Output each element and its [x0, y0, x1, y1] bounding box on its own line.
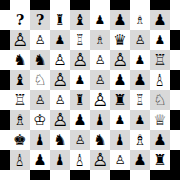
square-r6c5[interactable]: ♟: [90, 110, 110, 130]
square-r5c6[interactable]: ♜: [110, 90, 130, 110]
frame-cell: [0, 90, 10, 110]
square-r6c3[interactable]: ♙: [50, 110, 70, 130]
square-r3c8[interactable]: ♖: [150, 50, 170, 70]
frame-cell: [0, 30, 10, 50]
square-r4c6[interactable]: ♟: [110, 70, 130, 90]
square-r4c2[interactable]: ♘: [30, 70, 50, 90]
square-r2c4[interactable]: ♖: [70, 30, 90, 50]
white-king-piece[interactable]: ♔: [33, 113, 46, 128]
frame-cell: [30, 170, 50, 180]
square-r1c6[interactable]: ♟: [110, 10, 130, 30]
frame-cell: [170, 0, 180, 10]
square-r5c5[interactable]: ♙: [90, 90, 110, 110]
frame-cell: [170, 130, 180, 150]
square-r6c6[interactable]: ♟: [110, 110, 130, 130]
square-r7c4[interactable]: ♙: [70, 130, 90, 150]
square-r4c8[interactable]: ♙: [150, 70, 170, 90]
square-r5c4[interactable]: ♜: [70, 90, 90, 110]
square-r2c3[interactable]: ♟: [50, 30, 70, 50]
frame-cell: [10, 0, 30, 10]
black-pawn-piece[interactable]: ♟: [75, 74, 86, 86]
frame-cell: [70, 0, 90, 10]
frame-cell: [70, 170, 90, 180]
unknown-question-mark-piece[interactable]: ?: [16, 13, 24, 27]
black-pawn-piece[interactable]: ♟: [116, 133, 124, 148]
white-pawn-piece[interactable]: ♙: [35, 34, 46, 46]
white-pawn-piece[interactable]: ♙: [72, 51, 88, 69]
frame-cell: [0, 130, 10, 150]
square-r6c4[interactable]: ♟: [70, 110, 90, 130]
white-pawn-piece[interactable]: ♙: [95, 54, 106, 66]
square-r7c3[interactable]: ♞: [50, 130, 70, 150]
square-r3c2[interactable]: ♞: [30, 50, 50, 70]
frame-cell: [170, 110, 180, 130]
square-r3c7[interactable]: ♟: [130, 50, 150, 70]
square-r8c5[interactable]: ♙: [90, 150, 110, 170]
frame-cell: [0, 110, 10, 130]
white-pawn-piece[interactable]: ♙: [16, 152, 24, 169]
black-bishop-piece[interactable]: ♝: [73, 13, 86, 28]
white-queen-piece[interactable]: ♕: [153, 113, 166, 128]
unknown-question-mark-piece[interactable]: ?: [36, 13, 44, 27]
square-r4c3[interactable]: ♙: [50, 70, 70, 90]
square-r2c8[interactable]: ♟: [150, 30, 170, 50]
black-knight-piece[interactable]: ♞: [13, 53, 26, 68]
white-bishop-piece[interactable]: ♗: [95, 34, 106, 46]
black-king-piece[interactable]: ♚: [13, 133, 26, 148]
black-pawn-piece[interactable]: ♟: [33, 153, 46, 168]
black-pawn-piece[interactable]: ♟: [56, 153, 64, 168]
square-r5c2[interactable]: ♙: [30, 90, 50, 110]
frame-cell: [0, 10, 10, 30]
white-pawn-piece[interactable]: ♙: [52, 71, 68, 89]
frame-cell: [170, 30, 180, 50]
black-pawn-piece[interactable]: ♟: [55, 34, 66, 46]
white-pawn-piece[interactable]: ♙: [156, 72, 164, 89]
white-bishop-piece[interactable]: ♗: [13, 113, 26, 128]
black-rook-piece[interactable]: ♜: [113, 93, 126, 108]
white-rook-piece[interactable]: ♖: [76, 33, 84, 48]
black-knight-piece[interactable]: ♞: [53, 133, 66, 148]
frame-cell: [130, 0, 150, 10]
white-pawn-piece[interactable]: ♙: [12, 31, 28, 49]
square-r5c3[interactable]: ♙: [50, 90, 70, 110]
black-pawn-piece[interactable]: ♟: [115, 114, 126, 126]
frame-cell: [0, 170, 10, 180]
square-r8c6[interactable]: ♙: [110, 150, 130, 170]
white-pawn-piece[interactable]: ♙: [115, 154, 126, 166]
frame-cell: [90, 170, 110, 180]
white-pawn-piece[interactable]: ♙: [76, 152, 84, 169]
square-r2c7[interactable]: ♙: [130, 30, 150, 50]
frame-cell: [50, 0, 70, 10]
square-r7c6[interactable]: ♟: [110, 130, 130, 150]
frame-cell: [110, 170, 130, 180]
square-r7c8[interactable]: ♟: [150, 130, 170, 150]
square-r6c8[interactable]: ♕: [150, 110, 170, 130]
square-r3c5[interactable]: ♙: [90, 50, 110, 70]
square-r7c5[interactable]: ♞: [90, 130, 110, 150]
black-queen-piece[interactable]: ♛: [113, 33, 126, 48]
frame-cell: [90, 0, 110, 10]
white-pawn-piece[interactable]: ♙: [112, 51, 128, 69]
frame-cell: [10, 170, 30, 180]
square-r7c7[interactable]: ♗: [130, 130, 150, 150]
black-pawn-piece[interactable]: ♟: [133, 73, 146, 88]
square-r8c3[interactable]: ♟: [50, 150, 70, 170]
white-pawn-piece[interactable]: ♙: [92, 91, 108, 109]
white-pawn-piece[interactable]: ♙: [135, 34, 146, 46]
black-pawn-piece[interactable]: ♟: [36, 133, 44, 148]
white-pawn-piece[interactable]: ♙: [75, 134, 86, 146]
black-pawn-piece[interactable]: ♟: [155, 34, 166, 46]
white-knight-piece[interactable]: ♘: [153, 93, 166, 108]
frame-cell: [0, 70, 10, 90]
square-r8c2[interactable]: ♟: [30, 150, 50, 170]
black-rook-piece[interactable]: ♜: [153, 153, 166, 168]
frame-cell: [50, 170, 70, 180]
frame-cell: [30, 0, 50, 10]
black-pawn-piece[interactable]: ♟: [73, 113, 86, 128]
frame-cell: [150, 170, 170, 180]
square-r6c7[interactable]: ♟: [130, 110, 150, 130]
frame-cell: [0, 0, 10, 10]
white-pawn-piece[interactable]: ♙: [52, 111, 68, 129]
square-r5c7[interactable]: ♖: [130, 90, 150, 110]
square-r6c2[interactable]: ♔: [30, 110, 50, 130]
square-r4c7[interactable]: ♟: [130, 70, 150, 90]
frame-cell: [170, 150, 180, 170]
square-r6c1[interactable]: ♗: [10, 110, 30, 130]
square-r2c1[interactable]: ♙: [10, 30, 30, 50]
square-r2c5[interactable]: ♗: [90, 30, 110, 50]
frame-cell: [150, 0, 170, 10]
frame-cell: [0, 150, 10, 170]
square-r7c2[interactable]: ♟: [30, 130, 50, 150]
black-pawn-piece[interactable]: ♟: [135, 54, 146, 66]
square-r4c5[interactable]: ♙: [90, 70, 110, 90]
square-r1c7[interactable]: ♗: [130, 10, 150, 30]
square-r1c4[interactable]: ♝: [70, 10, 90, 30]
white-rook-piece[interactable]: ♖: [136, 93, 144, 108]
screenshot-stage: ??♜♝♟♟♗♟♙♙♟♖♗♛♙♟♞♞♙♙♙♙♟♖♝♘♙♟♙♟♟♙♖♙♙♜♙♜♖♘…: [0, 0, 180, 180]
square-r7c1[interactable]: ♚: [10, 130, 30, 150]
square-r3c4[interactable]: ♙: [70, 50, 90, 70]
square-r5c1[interactable]: ♖: [10, 90, 30, 110]
frame-cell: [110, 0, 130, 10]
chess-board: ??♜♝♟♟♗♟♙♙♟♖♗♛♙♟♞♞♙♙♙♙♟♖♝♘♙♟♙♟♟♙♖♙♙♜♙♜♖♘…: [0, 0, 180, 180]
frame-cell: [170, 10, 180, 30]
frame-cell: [170, 50, 180, 70]
black-pawn-piece[interactable]: ♟: [113, 13, 126, 28]
square-r3c1[interactable]: ♞: [10, 50, 30, 70]
white-pawn-piece[interactable]: ♙: [35, 94, 46, 106]
square-r8c8[interactable]: ♜: [150, 150, 170, 170]
square-r1c5[interactable]: ♟: [90, 10, 110, 30]
white-rook-piece[interactable]: ♖: [13, 93, 26, 108]
black-pawn-piece[interactable]: ♟: [96, 113, 104, 128]
square-r1c2[interactable]: ?: [30, 10, 50, 30]
white-pawn-piece[interactable]: ♙: [95, 74, 106, 86]
white-bishop-piece[interactable]: ♗: [135, 14, 146, 26]
black-knight-piece[interactable]: ♞: [93, 133, 106, 148]
square-r1c8[interactable]: ♟: [150, 10, 170, 30]
white-rook-piece[interactable]: ♖: [153, 53, 166, 68]
black-pawn-piece[interactable]: ♟: [135, 114, 146, 126]
black-rook-piece[interactable]: ♜: [76, 93, 84, 108]
black-pawn-piece[interactable]: ♟: [153, 13, 166, 28]
black-pawn-piece[interactable]: ♟: [95, 14, 106, 26]
white-knight-piece[interactable]: ♘: [33, 73, 46, 88]
square-r8c7[interactable]: ♟: [130, 150, 150, 170]
frame-cell: [170, 170, 180, 180]
frame-cell: [0, 50, 10, 70]
square-r3c6[interactable]: ♙: [110, 50, 130, 70]
square-r2c2[interactable]: ♙: [30, 30, 50, 50]
square-r2c6[interactable]: ♛: [110, 30, 130, 50]
frame-cell: [170, 70, 180, 90]
square-r1c1[interactable]: ?: [10, 10, 30, 30]
white-bishop-piece[interactable]: ♗: [133, 133, 146, 148]
frame-cell: [170, 90, 180, 110]
black-rook-piece[interactable]: ♜: [56, 13, 64, 28]
square-r4c1[interactable]: ♝: [10, 70, 30, 90]
square-r5c8[interactable]: ♘: [150, 90, 170, 110]
white-pawn-piece[interactable]: ♙: [53, 53, 66, 68]
square-r8c4[interactable]: ♙: [70, 150, 90, 170]
black-bishop-piece[interactable]: ♝: [13, 73, 26, 88]
black-pawn-piece[interactable]: ♟: [133, 153, 146, 168]
black-pawn-piece[interactable]: ♟: [113, 73, 126, 88]
black-knight-piece[interactable]: ♞: [33, 53, 46, 68]
square-r3c3[interactable]: ♙: [50, 50, 70, 70]
white-pawn-piece[interactable]: ♙: [92, 151, 108, 169]
square-r1c3[interactable]: ♜: [50, 10, 70, 30]
frame-cell: [130, 170, 150, 180]
white-pawn-piece[interactable]: ♙: [55, 94, 66, 106]
square-r4c4[interactable]: ♟: [70, 70, 90, 90]
black-pawn-piece[interactable]: ♟: [153, 133, 166, 148]
square-r8c1[interactable]: ♙: [10, 150, 30, 170]
